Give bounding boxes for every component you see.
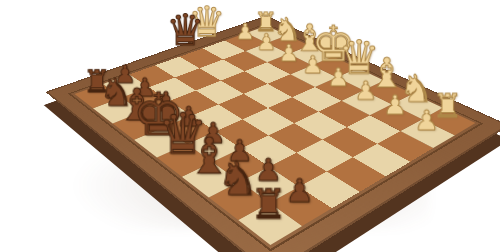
square-c1: ♝ bbox=[363, 80, 412, 104]
chess-board: ♜♞♝♛♚♝♞♜♟♟♟♟♟♟♟♟♟♟♟♟♟♟♟♟♜♞♝♛♚♝♞♜ bbox=[75, 26, 476, 245]
black-rook: ♜ bbox=[66, 66, 128, 97]
perspective-scene: ♜♞♝♛♚♝♞♜♟♟♟♟♟♟♟♟♟♟♟♟♟♟♟♟♜♞♝♛♚♝♞♜ ♛♛ bbox=[0, 0, 500, 252]
white-bishop: ♝ bbox=[273, 20, 346, 57]
product-photo-stage: ♜♞♝♛♚♝♞♜♟♟♟♟♟♟♟♟♟♟♟♟♟♟♟♟♜♞♝♛♚♝♞♜ ♛♛ bbox=[0, 0, 500, 252]
board-tilt-group: ♜♞♝♛♚♝♞♜♟♟♟♟♟♟♟♟♟♟♟♟♟♟♟♟♜♞♝♛♚♝♞♜ ♛♛ bbox=[45, 16, 500, 252]
square-f5 bbox=[196, 81, 244, 105]
board-frame: ♜♞♝♛♚♝♞♜♟♟♟♟♟♟♟♟♟♟♟♟♟♟♟♟♜♞♝♛♚♝♞♜ ♛♛ bbox=[45, 16, 500, 252]
white-rook: ♜ bbox=[240, 9, 293, 35]
